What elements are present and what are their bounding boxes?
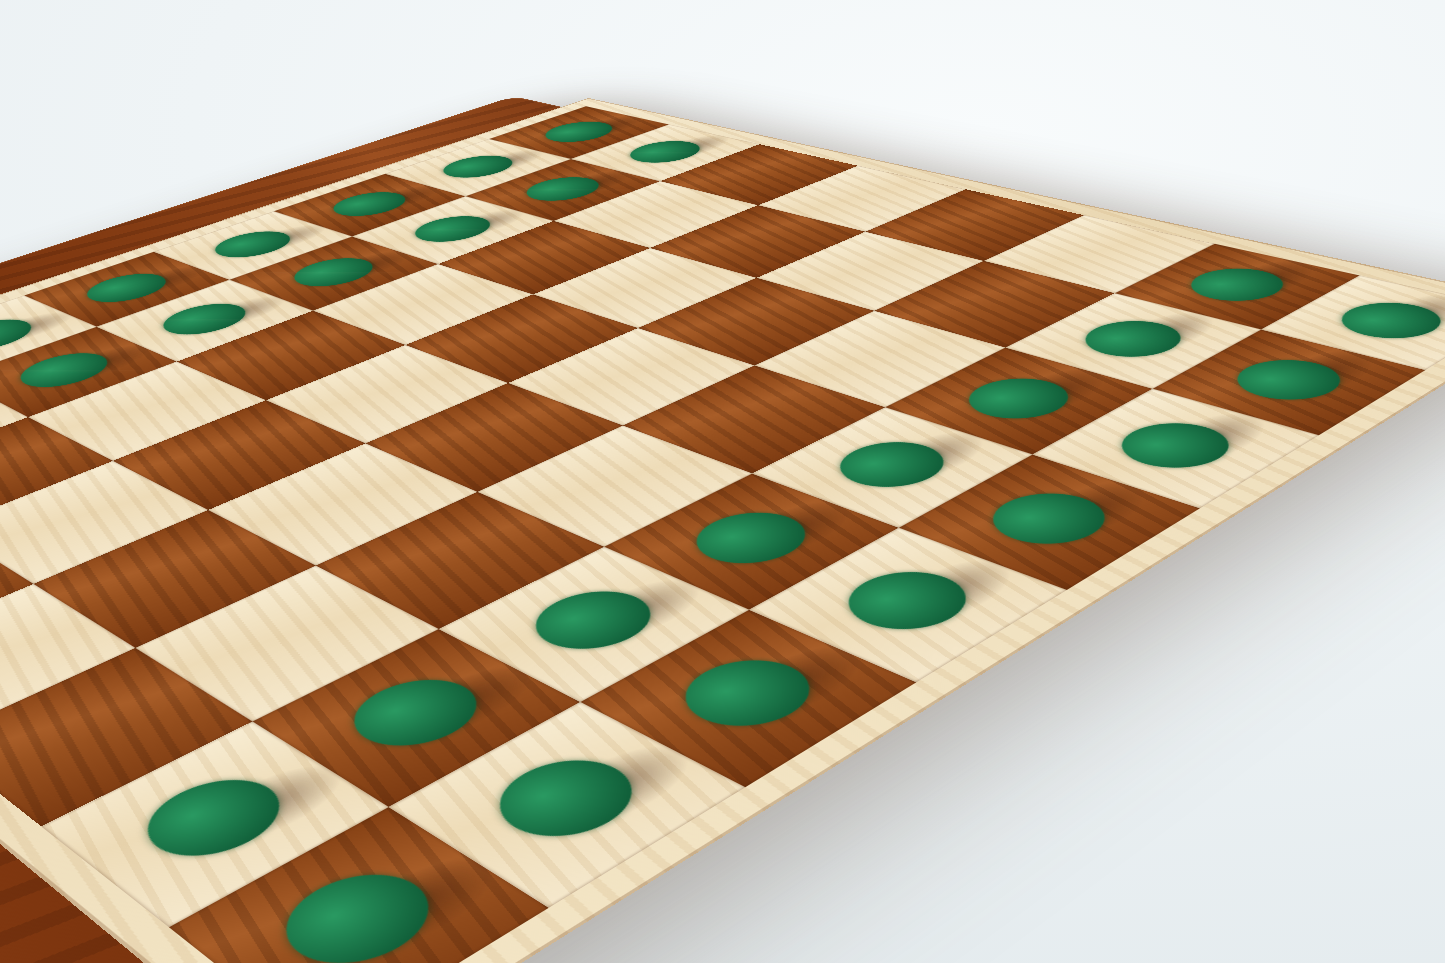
photo-scene: ♜♞♝♚♛♝♞♜♟♟♟♟♟♟♟♟♟♟♟♟♟♟♟♟♜♞♝♚♛♝♞♜ (0, 0, 1445, 963)
board-maple-border: ♜♞♝♚♛♝♞♜♟♟♟♟♟♟♟♟♟♟♟♟♟♟♟♟♜♞♝♚♛♝♞♜ (0, 98, 1445, 963)
square-h8[interactable]: ♜ (169, 807, 549, 963)
rook-glyph: ♜ (99, 409, 617, 963)
chessboard: ♜♞♝♚♛♝♞♜♟♟♟♟♟♟♟♟♟♟♟♟♟♟♟♟♜♞♝♚♛♝♞♜ (0, 60, 1445, 963)
board-grid: ♜♞♝♚♛♝♞♜♟♟♟♟♟♟♟♟♟♟♟♟♟♟♟♟♜♞♝♚♛♝♞♜ (0, 106, 1445, 963)
board-frame: ♜♞♝♚♛♝♞♜♟♟♟♟♟♟♟♟♟♟♟♟♟♟♟♟♜♞♝♚♛♝♞♜ (0, 96, 1445, 963)
